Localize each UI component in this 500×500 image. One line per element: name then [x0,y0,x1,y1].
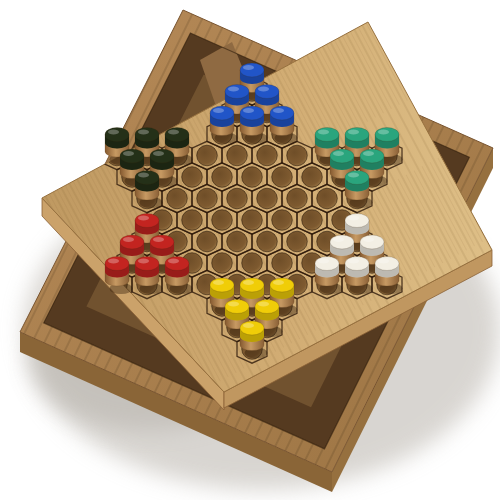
board-scene [0,0,500,500]
product-photo-chinese-checkers [0,0,500,500]
